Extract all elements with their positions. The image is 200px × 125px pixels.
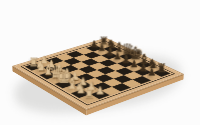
white-rook-icon: ♜: [84, 87, 95, 99]
product-photo-scene: ♜♞♝♛♚♝♞♜♟♟♟♟♟♟♟♟♟♟♟♟♟♟♟♟♜♞♝♛♚♝♞♜: [0, 0, 200, 125]
black-pawn-icon: ♟: [147, 67, 156, 77]
black-pawn-icon: ♟: [138, 63, 147, 73]
black-rook-icon: ♜: [156, 62, 166, 74]
white-pawn-icon: ♟: [95, 85, 105, 96]
